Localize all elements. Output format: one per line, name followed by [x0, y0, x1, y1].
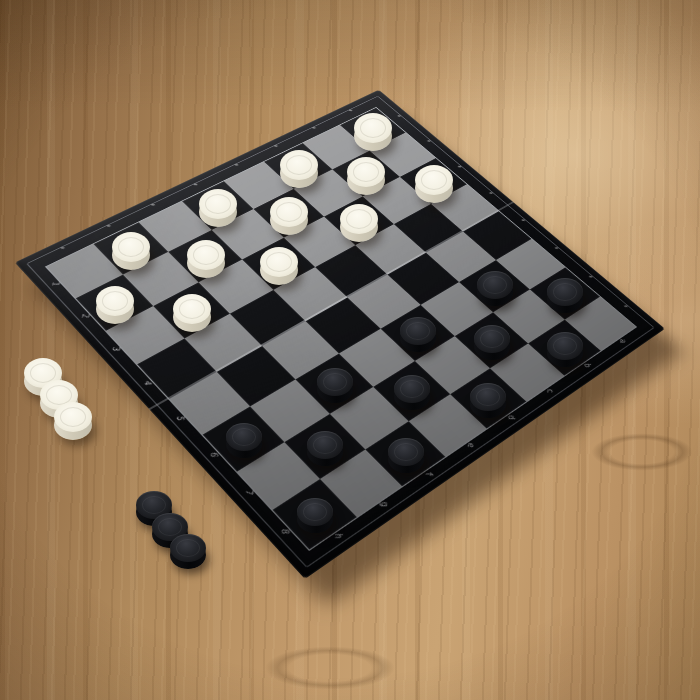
white-checker-a1[interactable]	[354, 113, 392, 151]
white-checker-f2[interactable]	[187, 240, 225, 278]
black-piece-top	[307, 431, 343, 459]
white-checker-g3[interactable]	[173, 294, 211, 332]
black-piece-top	[470, 383, 506, 411]
white-checker-d2[interactable]	[270, 197, 308, 235]
black-piece-top	[547, 332, 583, 360]
black-checker-f8[interactable]	[388, 438, 424, 473]
black-checker-a7[interactable]	[547, 278, 583, 313]
white-checker-c3[interactable]	[340, 204, 378, 242]
white-piece-top	[280, 150, 318, 180]
product-photo-scene: 12345678abcdefgh	[0, 0, 700, 700]
white-checker-a3[interactable]	[415, 165, 453, 203]
black-checker-b6[interactable]	[477, 271, 513, 306]
pieces-layer	[0, 0, 700, 700]
black-piece-top	[474, 325, 510, 353]
black-piece-top	[226, 423, 262, 451]
white-piece-top	[260, 247, 298, 277]
white-checker-e3[interactable]	[260, 247, 298, 285]
white-piece-top	[173, 294, 211, 324]
black-checker-b8[interactable]	[547, 332, 583, 367]
black-piece-top	[477, 271, 513, 299]
white-spare-piece-3[interactable]	[54, 402, 92, 440]
black-checker-e7[interactable]	[394, 375, 430, 410]
white-checker-c1[interactable]	[280, 150, 318, 188]
white-checker-g1[interactable]	[112, 232, 150, 270]
white-piece-top	[96, 286, 134, 316]
black-checker-g7[interactable]	[307, 431, 343, 466]
black-piece-top	[170, 534, 206, 562]
black-checker-d6[interactable]	[400, 317, 436, 352]
black-piece-top	[388, 438, 424, 466]
white-piece-top	[112, 232, 150, 262]
white-checker-b2[interactable]	[347, 157, 385, 195]
white-checker-e1[interactable]	[199, 189, 237, 227]
white-piece-top	[415, 165, 453, 195]
white-piece-top	[187, 240, 225, 270]
white-piece-top	[54, 402, 92, 432]
white-piece-top	[354, 113, 392, 143]
black-checker-d8[interactable]	[470, 383, 506, 418]
black-checker-h6[interactable]	[226, 423, 262, 458]
black-piece-top	[317, 368, 353, 396]
black-checker-c7[interactable]	[474, 325, 510, 360]
black-spare-piece-3[interactable]	[170, 534, 206, 569]
black-checker-f6[interactable]	[317, 368, 353, 403]
black-piece-top	[547, 278, 583, 306]
black-checker-h8[interactable]	[297, 498, 333, 533]
black-piece-top	[297, 498, 333, 526]
white-checker-h2[interactable]	[96, 286, 134, 324]
white-piece-top	[270, 197, 308, 227]
